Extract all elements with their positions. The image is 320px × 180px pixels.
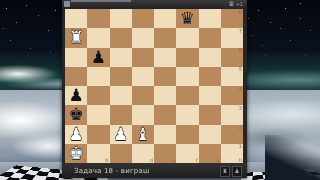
square-h4[interactable]: 4 [221,86,243,105]
square-a3[interactable]: ♚ [65,105,87,124]
square-g6[interactable] [199,48,221,67]
wallpaper-dark-sea [265,135,320,180]
square-e3[interactable] [154,105,176,124]
square-f3[interactable] [176,105,198,124]
square-a2[interactable]: ♟ [65,125,87,144]
square-g8[interactable] [199,9,221,28]
square-c7[interactable] [110,28,132,47]
square-h1[interactable]: 1h [221,144,243,163]
statusbar-rook-icon[interactable]: ♜ [220,166,230,177]
square-d4[interactable] [132,86,154,105]
square-h3[interactable]: 3 [221,105,243,124]
piece-black-pawn[interactable]: ♟ [87,48,109,67]
file-label-f: f [196,158,198,163]
square-g4[interactable] [199,86,221,105]
square-d1[interactable]: d [132,144,154,163]
square-g7[interactable] [199,28,221,47]
square-a6[interactable] [65,48,87,67]
square-h2[interactable]: 2 [221,125,243,144]
rank-label-6: 6 [239,48,242,53]
file-label-g: g [217,158,220,163]
square-e7[interactable] [154,28,176,47]
rank-label-1: 1 [239,144,242,149]
square-a7[interactable]: ♜ [65,28,87,47]
square-b2[interactable] [87,125,109,144]
square-e4[interactable] [154,86,176,105]
square-f4[interactable] [176,86,198,105]
square-c1[interactable]: c [110,144,132,163]
square-d2[interactable]: ♝ [132,125,154,144]
square-h6[interactable]: 6 [221,48,243,67]
square-b8[interactable] [87,9,109,28]
piece-white-pawn[interactable]: ♟ [110,125,132,144]
square-f1[interactable]: f [176,144,198,163]
square-h8[interactable]: 8 [221,9,243,28]
piece-black-king[interactable]: ♚ [65,105,87,124]
titlebar-badge: +1 [236,2,243,7]
square-a5[interactable] [65,67,87,86]
piece-white-bishop[interactable]: ♝ [132,125,154,144]
window-statusbar: Задача 18 - виграш ♜ ♟ [62,163,247,178]
file-label-h: h [239,158,242,163]
square-f5[interactable] [176,67,198,86]
square-g2[interactable] [199,125,221,144]
square-g5[interactable] [199,67,221,86]
square-e6[interactable] [154,48,176,67]
square-e5[interactable] [154,67,176,86]
statusbar-pawn-icon[interactable]: ♟ [232,166,242,177]
wallpaper-stars [0,0,1,1]
square-e2[interactable] [154,125,176,144]
square-b7[interactable] [87,28,109,47]
rank-label-7: 7 [239,29,242,34]
piece-white-rook[interactable]: ♜ [65,28,87,47]
file-label-c: c [128,158,131,163]
rank-label-5: 5 [239,67,242,72]
square-c4[interactable] [110,86,132,105]
square-h5[interactable]: 5 [221,67,243,86]
piece-white-pawn[interactable]: ♟ [65,125,87,144]
square-b1[interactable]: b [87,144,109,163]
square-h7[interactable]: 7 [221,28,243,47]
square-a4[interactable]: ♟ [65,86,87,105]
square-a1[interactable]: a♚ [65,144,87,163]
square-c8[interactable] [110,9,132,28]
rank-label-4: 4 [239,87,242,92]
square-c5[interactable] [110,67,132,86]
piece-white-king[interactable]: ♚ [65,144,87,163]
file-label-b: b [105,158,108,163]
desktop: ♕ +1 ♛8♜7♟65♟4♚3♟♟♝2a♚bcdefg1h Задача 18… [0,0,320,180]
square-c2[interactable]: ♟ [110,125,132,144]
square-c3[interactable] [110,105,132,124]
square-f6[interactable] [176,48,198,67]
square-b5[interactable] [87,67,109,86]
square-c6[interactable] [110,48,132,67]
file-label-e: e [172,158,175,163]
square-a8[interactable] [65,9,87,28]
square-e8[interactable] [154,9,176,28]
square-d7[interactable] [132,28,154,47]
square-f2[interactable] [176,125,198,144]
square-b3[interactable] [87,105,109,124]
file-label-d: d [150,158,153,163]
rank-label-3: 3 [239,106,242,111]
square-g3[interactable] [199,105,221,124]
titlebar-queen-icon: ♕ [228,1,234,8]
chess-board: ♛8♜7♟65♟4♚3♟♟♝2a♚bcdefg1h [65,9,243,163]
app-icon [64,1,70,7]
piece-black-pawn[interactable]: ♟ [65,86,87,105]
titlebar-sheen [71,0,131,2]
square-b6[interactable]: ♟ [87,48,109,67]
square-b4[interactable] [87,86,109,105]
window-titlebar[interactable]: ♕ +1 [62,0,247,9]
square-d5[interactable] [132,67,154,86]
square-f8[interactable]: ♛ [176,9,198,28]
square-f7[interactable] [176,28,198,47]
rank-label-8: 8 [239,10,242,15]
square-d8[interactable] [132,9,154,28]
square-d3[interactable] [132,105,154,124]
square-d6[interactable] [132,48,154,67]
rank-label-2: 2 [239,125,242,130]
square-e1[interactable]: e [154,144,176,163]
square-g1[interactable]: g [199,144,221,163]
puzzle-caption: Задача 18 - виграш [74,167,150,175]
chess-app-window: ♕ +1 ♛8♜7♟65♟4♚3♟♟♝2a♚bcdefg1h Задача 18… [62,0,247,178]
piece-black-queen[interactable]: ♛ [176,9,198,28]
